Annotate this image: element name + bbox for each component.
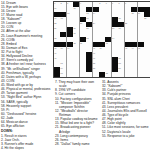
grid-cell[interactable] bbox=[80, 62, 86, 67]
grid-cell[interactable] bbox=[131, 32, 137, 37]
grid-cell[interactable] bbox=[105, 12, 111, 17]
grid-cell[interactable]: 39 bbox=[60, 47, 66, 52]
cell-number: 36 bbox=[80, 42, 82, 44]
grid-cell[interactable] bbox=[105, 27, 111, 32]
clue-item: 7. They may have their own scale bbox=[55, 80, 99, 88]
cell-number: 58 bbox=[106, 72, 108, 74]
grid-cell[interactable] bbox=[125, 12, 131, 17]
black-square bbox=[112, 57, 118, 62]
cell-number: 12 bbox=[67, 12, 69, 14]
grid-cell[interactable] bbox=[105, 7, 111, 12]
grid-cell[interactable] bbox=[67, 17, 73, 22]
cell-number: 48 bbox=[54, 57, 56, 59]
cell-number: 45 bbox=[138, 47, 140, 49]
grid-cell[interactable] bbox=[80, 27, 86, 32]
black-square bbox=[60, 32, 66, 37]
grid-cell[interactable] bbox=[73, 17, 79, 22]
grid-cell[interactable] bbox=[105, 17, 111, 22]
grid-cell[interactable] bbox=[138, 62, 144, 67]
grid-cell[interactable]: 15 bbox=[131, 12, 137, 17]
grid-cell[interactable]: 57 bbox=[60, 72, 66, 77]
grid-cell[interactable] bbox=[86, 2, 92, 7]
cell-number: 39 bbox=[61, 47, 63, 49]
black-square bbox=[54, 67, 60, 72]
grid-cell[interactable] bbox=[138, 37, 144, 42]
grid-cell[interactable] bbox=[67, 52, 73, 57]
cell-number: 38 bbox=[54, 47, 56, 49]
grid-cell[interactable] bbox=[99, 62, 105, 67]
grid-cell[interactable]: 58 bbox=[105, 72, 111, 77]
grid-cell[interactable] bbox=[80, 72, 86, 77]
grid-cell[interactable]: 8 bbox=[118, 2, 124, 7]
grid-cell[interactable] bbox=[60, 27, 66, 32]
cell-number: 51 bbox=[61, 62, 63, 64]
grid-cell[interactable] bbox=[138, 22, 144, 27]
grid-cell[interactable] bbox=[99, 7, 105, 12]
grid-cell[interactable] bbox=[80, 32, 86, 37]
cell-number: 18 bbox=[61, 17, 63, 19]
grid-cell[interactable] bbox=[80, 12, 86, 17]
grid-cell[interactable] bbox=[138, 67, 144, 72]
cell-number: 25 bbox=[125, 22, 127, 24]
cell-number: 21 bbox=[144, 17, 146, 19]
cell-number: 47 bbox=[93, 52, 95, 54]
grid-cell[interactable] bbox=[118, 37, 124, 42]
grid-cell[interactable]: 45 bbox=[138, 47, 144, 52]
clue-item: 55. Response to a joke bbox=[102, 134, 149, 138]
grid-cell[interactable] bbox=[138, 2, 144, 7]
grid-cell[interactable] bbox=[67, 57, 73, 62]
black-square bbox=[86, 52, 92, 57]
grid-cell[interactable]: 10 bbox=[54, 7, 60, 12]
grid-cell[interactable] bbox=[73, 52, 79, 57]
grid-cell[interactable]: 19 bbox=[86, 17, 92, 22]
grid-cell[interactable] bbox=[125, 32, 131, 37]
cell-number: 3 bbox=[67, 2, 68, 4]
grid-cell[interactable]: 9 bbox=[125, 2, 131, 7]
grid-cell[interactable] bbox=[144, 2, 150, 7]
cell-number: 13 bbox=[86, 12, 88, 14]
grid-cell[interactable]: 42 bbox=[99, 47, 105, 52]
grid-cell[interactable] bbox=[131, 17, 137, 22]
grid-cell[interactable]: 16 bbox=[138, 12, 144, 17]
grid-cell[interactable] bbox=[105, 57, 111, 62]
clue-item: 11. "Mission: Impossible" composer Schif… bbox=[55, 101, 99, 109]
grid-cell[interactable] bbox=[99, 57, 105, 62]
grid-cell[interactable]: 37 bbox=[105, 42, 111, 47]
grid-cell[interactable] bbox=[99, 17, 105, 22]
grid-cell[interactable] bbox=[99, 22, 105, 27]
cell-number: 20 bbox=[119, 17, 121, 19]
grid-cell[interactable] bbox=[112, 42, 118, 47]
cell-number: 17 bbox=[54, 17, 56, 19]
cell-number: 33 bbox=[86, 37, 88, 39]
black-square bbox=[86, 57, 92, 62]
black-square bbox=[112, 17, 118, 22]
black-square bbox=[86, 67, 92, 72]
grid-cell[interactable] bbox=[131, 72, 137, 77]
cell-number: 24 bbox=[93, 22, 95, 24]
cell-number: 56 bbox=[119, 67, 121, 69]
grid-cell[interactable]: 11 bbox=[73, 7, 79, 12]
cell-number: 14 bbox=[93, 12, 95, 14]
grid-cell[interactable] bbox=[93, 27, 99, 32]
grid-cell[interactable] bbox=[131, 22, 137, 27]
grid-cell[interactable] bbox=[118, 42, 124, 47]
cell-number: 26 bbox=[54, 27, 56, 29]
grid-cell[interactable] bbox=[80, 67, 86, 72]
cell-number: 40 bbox=[67, 47, 69, 49]
cell-number: 22 bbox=[54, 22, 56, 24]
grid-cell[interactable] bbox=[144, 57, 150, 62]
cell-number: 50 bbox=[119, 57, 121, 59]
cell-number: 1 bbox=[54, 2, 55, 4]
cell-number: 34 bbox=[112, 37, 114, 39]
grid-cell[interactable] bbox=[93, 32, 99, 37]
grid-cell[interactable]: 43 bbox=[125, 47, 131, 52]
grid-cell[interactable] bbox=[99, 67, 105, 72]
black-square bbox=[112, 62, 118, 67]
cell-number: 55 bbox=[93, 67, 95, 69]
grid-cell[interactable] bbox=[125, 27, 131, 32]
cell-number: 16 bbox=[138, 12, 140, 14]
grid-cell[interactable] bbox=[60, 7, 66, 12]
grid-cell[interactable] bbox=[138, 72, 144, 77]
grid-cell[interactable] bbox=[105, 32, 111, 37]
black-square bbox=[67, 27, 73, 32]
grid-cell[interactable] bbox=[118, 47, 124, 52]
grid-cell[interactable]: 33 bbox=[86, 37, 92, 42]
black-square bbox=[67, 32, 73, 37]
grid-cell[interactable] bbox=[73, 67, 79, 72]
grid-cell[interactable] bbox=[105, 47, 111, 52]
grid-cell[interactable]: 26 bbox=[54, 27, 60, 32]
grid-cell[interactable]: 36 bbox=[80, 42, 86, 47]
clue-item: 51. Like most sessions, for some bbox=[102, 125, 149, 129]
grid-cell[interactable] bbox=[138, 17, 144, 22]
grid-cell[interactable]: 44 bbox=[131, 47, 137, 52]
grid-cell[interactable] bbox=[112, 12, 118, 17]
grid-cell[interactable]: 56 bbox=[118, 67, 124, 72]
grid-cell[interactable] bbox=[144, 27, 150, 32]
grid-cell[interactable] bbox=[60, 52, 66, 57]
grid-cell[interactable] bbox=[112, 7, 118, 12]
cell-number: 19 bbox=[86, 17, 88, 19]
grid-cell[interactable] bbox=[86, 47, 92, 52]
grid-cell[interactable] bbox=[138, 27, 144, 32]
cell-number: 37 bbox=[106, 42, 108, 44]
grid-cell[interactable] bbox=[67, 72, 73, 77]
cell-number: 49 bbox=[93, 57, 95, 59]
grid-cell[interactable] bbox=[93, 72, 99, 77]
cell-number: 29 bbox=[112, 27, 114, 29]
grid-cell[interactable]: 24 bbox=[93, 22, 99, 27]
grid-cell[interactable]: 2 bbox=[60, 2, 66, 7]
cell-number: 27 bbox=[73, 27, 75, 29]
grid-cell[interactable] bbox=[118, 7, 124, 12]
grid-cell[interactable] bbox=[125, 37, 131, 42]
cell-number: 41 bbox=[93, 47, 95, 49]
cell-number: 28 bbox=[86, 27, 88, 29]
black-square bbox=[144, 7, 150, 12]
grid-cell[interactable] bbox=[99, 12, 105, 17]
grid-cell[interactable] bbox=[99, 32, 105, 37]
grid-cell[interactable] bbox=[73, 12, 79, 17]
grid-cell[interactable] bbox=[144, 52, 150, 57]
grid-cell[interactable] bbox=[131, 27, 137, 32]
cell-number: 8 bbox=[119, 2, 120, 4]
grid-cell[interactable]: 55 bbox=[93, 67, 99, 72]
clue-item: 38. A fresher isn't new; fastness bbox=[1, 62, 51, 66]
cell-number: 11 bbox=[73, 7, 75, 9]
grid-cell[interactable]: 40 bbox=[67, 47, 73, 52]
cell-number: 2 bbox=[61, 2, 62, 4]
grid-cell[interactable] bbox=[144, 42, 150, 47]
grid-cell[interactable] bbox=[93, 2, 99, 7]
grid-cell[interactable] bbox=[80, 47, 86, 52]
grid-cell[interactable] bbox=[131, 62, 137, 67]
grid-cell[interactable] bbox=[80, 52, 86, 57]
grid-cell[interactable] bbox=[125, 72, 131, 77]
grid-cell[interactable] bbox=[67, 22, 73, 27]
cell-number: 5 bbox=[99, 2, 100, 4]
across-clue-column: 14. Dream15. Eye with beans16. Desire17.… bbox=[1, 1, 51, 151]
grid-cell[interactable]: 21 bbox=[144, 17, 150, 22]
cell-number: 23 bbox=[80, 22, 82, 24]
grid-cell[interactable] bbox=[99, 52, 105, 57]
grid-cell[interactable] bbox=[131, 52, 137, 57]
clue-item: 65. Eye affliction bbox=[1, 124, 51, 128]
cell-number: 52 bbox=[93, 62, 95, 64]
grid-cell[interactable] bbox=[125, 52, 131, 57]
grid-cell[interactable]: 31 bbox=[73, 32, 79, 37]
cell-number: 15 bbox=[131, 12, 133, 14]
clue-item: 28. "Dallas" family name bbox=[55, 142, 99, 146]
grid-cell[interactable] bbox=[125, 67, 131, 72]
grid-cell[interactable] bbox=[67, 37, 73, 42]
grid-cell[interactable]: 7 bbox=[112, 2, 118, 7]
grid-cell[interactable] bbox=[86, 42, 92, 47]
grid-cell[interactable]: 5 bbox=[99, 2, 105, 7]
cell-number: 44 bbox=[131, 47, 133, 49]
grid-cell[interactable] bbox=[73, 57, 79, 62]
cell-number: 35 bbox=[73, 42, 75, 44]
grid-cell[interactable]: 25 bbox=[125, 22, 131, 27]
cell-number: 46 bbox=[54, 52, 56, 54]
grid-cell[interactable] bbox=[60, 37, 66, 42]
grid-cell[interactable]: 35 bbox=[73, 42, 79, 47]
grid-cell[interactable] bbox=[60, 22, 66, 27]
grid-cell[interactable] bbox=[86, 72, 92, 77]
grid-cell[interactable]: 12 bbox=[67, 12, 73, 17]
grid-cell[interactable] bbox=[118, 72, 124, 77]
grid-cell[interactable] bbox=[73, 62, 79, 67]
grid-cell[interactable] bbox=[99, 37, 105, 42]
grid-cell[interactable] bbox=[131, 2, 137, 7]
grid-cell[interactable]: 23 bbox=[80, 22, 86, 27]
grid-cell[interactable]: 30 bbox=[118, 27, 124, 32]
cell-number: 30 bbox=[119, 27, 121, 29]
cell-number: 54 bbox=[61, 67, 63, 69]
grid-cell[interactable] bbox=[131, 37, 137, 42]
grid-cell[interactable] bbox=[144, 67, 150, 72]
grid-cell[interactable] bbox=[73, 47, 79, 52]
grid-cell[interactable] bbox=[138, 57, 144, 62]
grid-cell[interactable] bbox=[131, 57, 137, 62]
grid-cell[interactable] bbox=[93, 37, 99, 42]
grid-cell[interactable] bbox=[99, 27, 105, 32]
grid-cell[interactable] bbox=[131, 67, 137, 72]
grid-cell[interactable] bbox=[125, 62, 131, 67]
grid-cell[interactable]: 4 bbox=[80, 2, 86, 7]
black-square bbox=[86, 62, 92, 67]
down-clue-column-3: 31. Assents32. "Kaboom!"33. Cub's partne… bbox=[102, 80, 149, 138]
clue-item: 4. Hit the slopes bbox=[1, 146, 51, 150]
cell-number: 53 bbox=[119, 62, 121, 64]
grid-cell[interactable] bbox=[144, 62, 150, 67]
cell-number: 57 bbox=[61, 72, 63, 74]
cell-number: 4 bbox=[80, 2, 81, 4]
grid-cell[interactable] bbox=[80, 57, 86, 62]
grid-cell[interactable] bbox=[112, 52, 118, 57]
cell-number: 7 bbox=[112, 2, 113, 4]
grid-cell[interactable] bbox=[138, 32, 144, 37]
grid-cell[interactable] bbox=[54, 62, 60, 67]
clue-item: 21. Broadcasting pioneer Arledge bbox=[55, 125, 99, 133]
black-square bbox=[54, 72, 60, 77]
grid-cell[interactable]: 18 bbox=[60, 17, 66, 22]
crossword-grid: 1234567891011121314151617181920212223242… bbox=[53, 1, 150, 78]
grid-cell[interactable] bbox=[80, 7, 86, 12]
cell-number: 43 bbox=[125, 47, 127, 49]
grid-cell[interactable] bbox=[67, 67, 73, 72]
cell-number: 32 bbox=[54, 37, 56, 39]
grid-cell[interactable]: 32 bbox=[54, 37, 60, 42]
grid-cell[interactable] bbox=[144, 22, 150, 27]
cell-number: 42 bbox=[99, 47, 101, 49]
grid-cell[interactable]: 3 bbox=[67, 2, 73, 7]
grid-cell[interactable]: 29 bbox=[112, 27, 118, 32]
grid-cell[interactable] bbox=[118, 32, 124, 37]
grid-cell[interactable] bbox=[144, 37, 150, 42]
cell-number: 6 bbox=[106, 2, 107, 4]
down-clue-column-2: 7. They may have their own scale8. 1996 … bbox=[55, 80, 99, 146]
black-square bbox=[112, 67, 118, 72]
grid-cell[interactable] bbox=[125, 7, 131, 12]
clue-item: 12. "Meatballs" director Reitman bbox=[55, 109, 99, 117]
grid-cell[interactable]: 14 bbox=[93, 12, 99, 17]
grid-cell[interactable] bbox=[105, 62, 111, 67]
grid-cell[interactable] bbox=[73, 72, 79, 77]
cell-number: 31 bbox=[73, 32, 75, 34]
grid-cell[interactable] bbox=[125, 57, 131, 62]
grid-cell[interactable]: 34 bbox=[112, 37, 118, 42]
grid-cell[interactable] bbox=[144, 32, 150, 37]
cell-number: 9 bbox=[125, 2, 126, 4]
black-square bbox=[99, 72, 105, 77]
grid-cell[interactable] bbox=[112, 72, 118, 77]
grid-cell[interactable]: 6 bbox=[105, 2, 111, 7]
grid-cell[interactable] bbox=[112, 47, 118, 52]
grid-cell[interactable] bbox=[144, 72, 150, 77]
grid-cell[interactable] bbox=[144, 47, 150, 52]
grid-cell[interactable] bbox=[105, 22, 111, 27]
grid-cell[interactable]: 48 bbox=[54, 57, 60, 62]
grid-cell[interactable] bbox=[67, 62, 73, 67]
grid-cell[interactable]: 20 bbox=[118, 17, 124, 22]
crossword-page: 14. Dream15. Eye with beans16. Desire17.… bbox=[0, 0, 150, 150]
grid-cell[interactable] bbox=[105, 52, 111, 57]
cell-number: 10 bbox=[54, 7, 56, 9]
grid-cell[interactable] bbox=[138, 52, 144, 57]
grid-cell[interactable]: 28 bbox=[86, 27, 92, 32]
